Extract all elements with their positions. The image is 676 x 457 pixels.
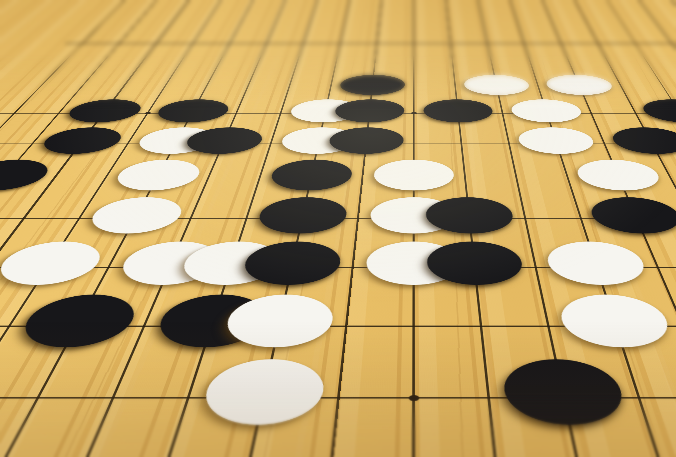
black-stone[interactable]: ● <box>66 98 147 120</box>
black-stone[interactable]: ● <box>609 125 676 150</box>
black-stone[interactable]: ● <box>0 157 57 186</box>
white-stone[interactable]: ● <box>464 73 529 92</box>
black-stone[interactable]: ● <box>330 125 402 150</box>
black-stone[interactable]: ● <box>428 194 513 228</box>
black-stone[interactable]: ● <box>40 125 128 150</box>
black-stone[interactable]: ● <box>336 98 403 120</box>
white-stone[interactable]: ● <box>545 73 614 92</box>
white-stone[interactable]: ● <box>558 291 672 340</box>
white-stone[interactable]: ● <box>545 238 647 278</box>
star-point <box>409 395 420 401</box>
go-board-photo: ●●●●●●●●●●●●●●●●●●●●●●●●●●●●●●●●●●●●●●●●… <box>0 0 676 457</box>
white-stone[interactable]: ● <box>375 157 452 186</box>
black-stone[interactable]: ● <box>341 73 404 92</box>
white-stone[interactable]: ● <box>114 157 205 186</box>
black-stone[interactable]: ● <box>503 354 625 415</box>
white-stone[interactable]: ● <box>88 194 188 228</box>
black-stone[interactable]: ● <box>19 291 144 340</box>
black-stone[interactable]: ● <box>587 194 676 228</box>
black-stone[interactable]: ● <box>243 238 341 278</box>
white-stone[interactable]: ● <box>203 354 325 415</box>
star-point <box>411 112 417 114</box>
white-stone[interactable]: ● <box>0 238 110 278</box>
white-stone[interactable]: ● <box>574 157 662 186</box>
black-stone[interactable]: ● <box>185 125 265 150</box>
go-board-grid: ●●●●●●●●●●●●●●●●●●●●●●●●●●●●●●●●●●●●●●●●… <box>0 0 676 457</box>
black-stone[interactable]: ● <box>425 98 492 120</box>
white-stone[interactable]: ● <box>510 98 582 120</box>
black-stone[interactable]: ● <box>638 98 676 120</box>
white-stone[interactable]: ● <box>517 125 595 150</box>
black-stone[interactable]: ● <box>429 238 522 278</box>
white-stone[interactable]: ● <box>225 291 334 340</box>
black-stone[interactable]: ● <box>258 194 347 228</box>
black-stone[interactable]: ● <box>156 98 233 120</box>
black-stone[interactable]: ● <box>271 157 352 186</box>
